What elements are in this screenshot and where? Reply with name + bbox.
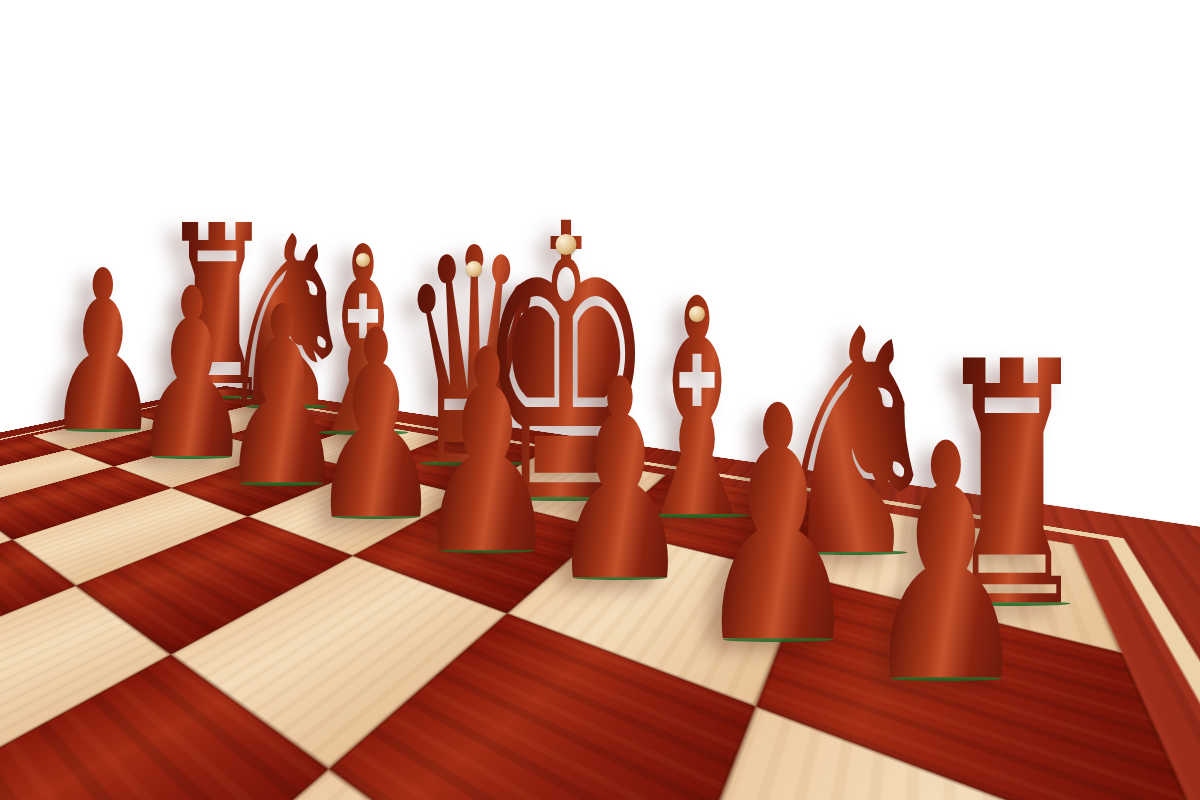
piece-red-pawn-h2[interactable]: ♟ — [866, 500, 1027, 679]
pawn-glyph: ♟ — [414, 313, 560, 593]
pawn-glyph: ♟ — [548, 343, 692, 619]
finial-ball — [556, 234, 577, 255]
piece-red-pawn-e2[interactable]: ♟ — [418, 397, 557, 551]
photo-stage: ♜♞♝♛♚♝♞♜♟♟♟♟♟♟♟♟ — [0, 0, 1200, 800]
piece-red-pawn-g2[interactable]: ♟ — [698, 462, 858, 640]
piece-red-pawn-f2[interactable]: ♟ — [552, 426, 689, 578]
pawn-glyph: ♟ — [694, 365, 862, 689]
pawn-glyph: ♟ — [861, 402, 1030, 728]
finial-ball — [356, 253, 370, 267]
